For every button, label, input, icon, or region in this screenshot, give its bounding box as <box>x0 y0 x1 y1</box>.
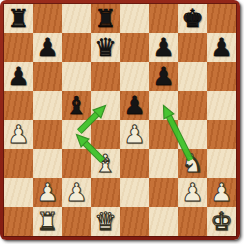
square-d7[interactable]: ♛ <box>91 33 120 62</box>
square-g1[interactable] <box>178 207 207 236</box>
square-e7[interactable] <box>120 33 149 62</box>
square-f8[interactable] <box>149 4 178 33</box>
square-f5[interactable] <box>149 91 178 120</box>
square-h8[interactable] <box>207 4 236 33</box>
square-b4[interactable] <box>33 120 62 149</box>
square-b3[interactable] <box>33 149 62 178</box>
square-c2[interactable]: ♟ <box>62 178 91 207</box>
square-e1[interactable] <box>120 207 149 236</box>
piece-black-queen-d7[interactable]: ♛ <box>94 33 116 62</box>
square-g3[interactable]: ♞ <box>178 149 207 178</box>
square-g2[interactable]: ♟ <box>178 178 207 207</box>
piece-white-knight-g3[interactable]: ♞ <box>181 149 203 178</box>
square-f7[interactable]: ♟ <box>149 33 178 62</box>
square-f2[interactable] <box>149 178 178 207</box>
square-f3[interactable] <box>149 149 178 178</box>
square-g8[interactable]: ♚ <box>178 4 207 33</box>
square-g6[interactable] <box>178 62 207 91</box>
piece-black-pawn-f6[interactable]: ♟ <box>152 62 174 91</box>
piece-black-pawn-a6[interactable]: ♟ <box>7 62 29 91</box>
chess-board: ♜♜♚♟♛♟♟♟♟♝♟♟♟♝♞♟♟♟♟♜♛♚ <box>4 4 236 236</box>
square-h7[interactable]: ♟ <box>207 33 236 62</box>
piece-black-pawn-b7[interactable]: ♟ <box>36 33 58 62</box>
square-h1[interactable]: ♚ <box>207 207 236 236</box>
square-e5[interactable]: ♟ <box>120 91 149 120</box>
square-f1[interactable] <box>149 207 178 236</box>
square-d1[interactable]: ♛ <box>91 207 120 236</box>
square-f4[interactable] <box>149 120 178 149</box>
piece-white-pawn-e4[interactable]: ♟ <box>123 120 145 149</box>
square-c6[interactable] <box>62 62 91 91</box>
piece-white-pawn-h2[interactable]: ♟ <box>210 178 232 207</box>
square-d6[interactable] <box>91 62 120 91</box>
piece-white-pawn-a4[interactable]: ♟ <box>7 120 29 149</box>
square-a2[interactable] <box>4 178 33 207</box>
piece-black-pawn-e5[interactable]: ♟ <box>123 91 145 120</box>
square-a8[interactable]: ♜ <box>4 4 33 33</box>
chess-board-frame: ♜♜♚♟♛♟♟♟♟♝♟♟♟♝♞♟♟♟♟♜♛♚ <box>0 0 240 240</box>
piece-black-king-g8[interactable]: ♚ <box>181 4 203 33</box>
piece-black-rook-d8[interactable]: ♜ <box>94 4 116 33</box>
square-b7[interactable]: ♟ <box>33 33 62 62</box>
square-c5[interactable]: ♝ <box>62 91 91 120</box>
square-c4[interactable] <box>62 120 91 149</box>
square-b6[interactable] <box>33 62 62 91</box>
square-h6[interactable] <box>207 62 236 91</box>
square-e4[interactable]: ♟ <box>120 120 149 149</box>
square-e3[interactable] <box>120 149 149 178</box>
piece-black-rook-a8[interactable]: ♜ <box>7 4 29 33</box>
square-e2[interactable] <box>120 178 149 207</box>
square-h3[interactable] <box>207 149 236 178</box>
square-a1[interactable] <box>4 207 33 236</box>
square-g5[interactable] <box>178 91 207 120</box>
square-c7[interactable] <box>62 33 91 62</box>
square-d3[interactable]: ♝ <box>91 149 120 178</box>
piece-white-pawn-c2[interactable]: ♟ <box>65 178 87 207</box>
square-d5[interactable] <box>91 91 120 120</box>
square-c8[interactable] <box>62 4 91 33</box>
square-b5[interactable] <box>33 91 62 120</box>
piece-white-pawn-g2[interactable]: ♟ <box>181 178 203 207</box>
piece-white-pawn-b2[interactable]: ♟ <box>36 178 58 207</box>
square-c1[interactable] <box>62 207 91 236</box>
chess-diagram-page: ♜♜♚♟♛♟♟♟♟♝♟♟♟♝♞♟♟♟♟♜♛♚ <box>0 0 244 244</box>
square-d2[interactable] <box>91 178 120 207</box>
piece-white-queen-d1[interactable]: ♛ <box>94 207 116 236</box>
square-a6[interactable]: ♟ <box>4 62 33 91</box>
square-e8[interactable] <box>120 4 149 33</box>
square-h2[interactable]: ♟ <box>207 178 236 207</box>
square-e6[interactable] <box>120 62 149 91</box>
piece-black-pawn-h7[interactable]: ♟ <box>210 33 232 62</box>
square-d4[interactable] <box>91 120 120 149</box>
piece-black-bishop-c5[interactable]: ♝ <box>65 91 87 120</box>
piece-white-rook-b1[interactable]: ♜ <box>36 207 58 236</box>
square-b8[interactable] <box>33 4 62 33</box>
square-h5[interactable] <box>207 91 236 120</box>
square-a4[interactable]: ♟ <box>4 120 33 149</box>
square-d8[interactable]: ♜ <box>91 4 120 33</box>
square-f6[interactable]: ♟ <box>149 62 178 91</box>
square-b2[interactable]: ♟ <box>33 178 62 207</box>
square-b1[interactable]: ♜ <box>33 207 62 236</box>
piece-white-bishop-d3[interactable]: ♝ <box>94 149 116 178</box>
piece-black-pawn-f7[interactable]: ♟ <box>152 33 174 62</box>
square-g7[interactable] <box>178 33 207 62</box>
square-a3[interactable] <box>4 149 33 178</box>
square-a5[interactable] <box>4 91 33 120</box>
square-c3[interactable] <box>62 149 91 178</box>
piece-white-king-h1[interactable]: ♚ <box>210 207 232 236</box>
square-a7[interactable] <box>4 33 33 62</box>
square-g4[interactable] <box>178 120 207 149</box>
square-h4[interactable] <box>207 120 236 149</box>
